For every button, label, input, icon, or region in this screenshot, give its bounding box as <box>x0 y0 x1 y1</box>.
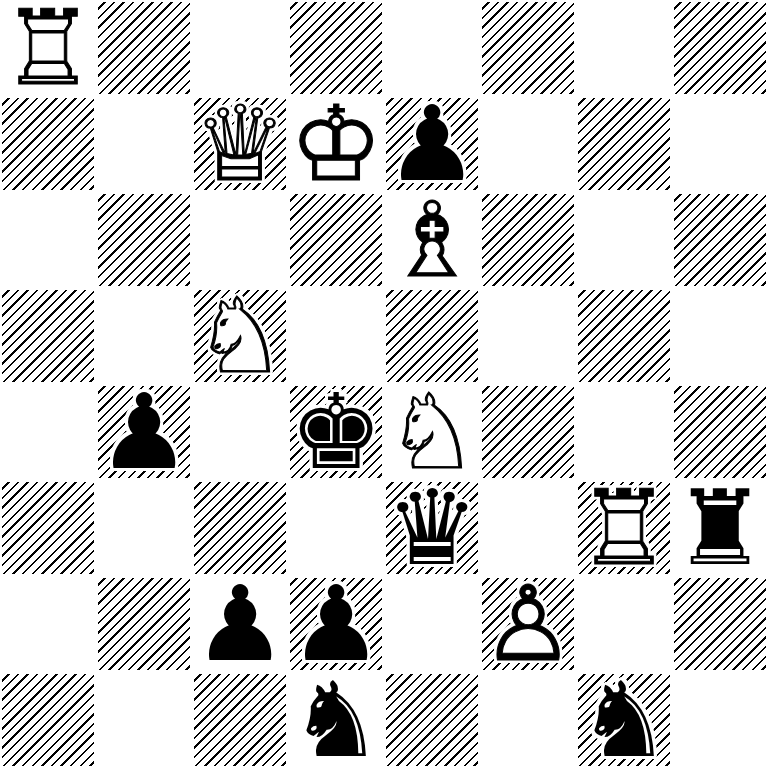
square-c2[interactable]: ♟ <box>192 576 288 672</box>
square-h8[interactable] <box>672 0 768 96</box>
square-b6[interactable] <box>96 192 192 288</box>
piece-white-knight-e4[interactable]: ♞♘ <box>384 384 480 480</box>
square-f2[interactable]: ♟♙ <box>480 576 576 672</box>
piece-white-rook-a8[interactable]: ♜♖ <box>0 0 96 96</box>
square-e6[interactable]: ♝♗ <box>384 192 480 288</box>
black-queen-icon: ♛ <box>384 480 480 576</box>
piece-black-rook-h3[interactable]: ♜ <box>672 480 768 576</box>
square-g6[interactable] <box>576 192 672 288</box>
square-g3[interactable]: ♜♖ <box>576 480 672 576</box>
square-d3[interactable] <box>288 480 384 576</box>
square-h2[interactable] <box>672 576 768 672</box>
white-king-icon: ♔ <box>288 96 384 192</box>
square-a5[interactable] <box>0 288 96 384</box>
square-d4[interactable]: ♚ <box>288 384 384 480</box>
square-h4[interactable] <box>672 384 768 480</box>
white-knight-icon: ♘ <box>384 384 480 480</box>
piece-black-pawn-c2[interactable]: ♟ <box>192 576 288 672</box>
piece-black-knight-d1[interactable]: ♞ <box>288 672 384 768</box>
square-g8[interactable] <box>576 0 672 96</box>
square-f6[interactable] <box>480 192 576 288</box>
square-g2[interactable] <box>576 576 672 672</box>
white-bishop-icon: ♗ <box>384 192 480 288</box>
square-h6[interactable] <box>672 192 768 288</box>
piece-black-knight-g1[interactable]: ♞ <box>576 672 672 768</box>
white-queen-icon: ♕ <box>192 96 288 192</box>
square-a6[interactable] <box>0 192 96 288</box>
square-h3[interactable]: ♜ <box>672 480 768 576</box>
square-b2[interactable] <box>96 576 192 672</box>
square-d8[interactable] <box>288 0 384 96</box>
square-a2[interactable] <box>0 576 96 672</box>
square-e5[interactable] <box>384 288 480 384</box>
piece-white-pawn-f2[interactable]: ♟♙ <box>480 576 576 672</box>
piece-black-pawn-e7[interactable]: ♟ <box>384 96 480 192</box>
square-d6[interactable] <box>288 192 384 288</box>
square-e2[interactable] <box>384 576 480 672</box>
square-g4[interactable] <box>576 384 672 480</box>
square-b4[interactable]: ♟ <box>96 384 192 480</box>
white-rook-icon: ♖ <box>576 480 672 576</box>
square-e7[interactable]: ♟ <box>384 96 480 192</box>
white-rook-icon: ♖ <box>0 0 96 96</box>
black-pawn-icon: ♟ <box>384 96 480 192</box>
square-b8[interactable] <box>96 0 192 96</box>
black-pawn-icon: ♟ <box>192 576 288 672</box>
piece-white-queen-c7[interactable]: ♛♕ <box>192 96 288 192</box>
square-c1[interactable] <box>192 672 288 768</box>
square-e8[interactable] <box>384 0 480 96</box>
square-b7[interactable] <box>96 96 192 192</box>
piece-white-king-d7[interactable]: ♚♔ <box>288 96 384 192</box>
square-c3[interactable] <box>192 480 288 576</box>
chess-board: ♜♖♛♕♚♔♟♝♗♞♘♟♚♞♘♛♜♖♜♟♟♟♙♞♞ <box>0 0 768 768</box>
black-king-icon: ♚ <box>288 384 384 480</box>
square-b3[interactable] <box>96 480 192 576</box>
white-pawn-icon: ♙ <box>480 576 576 672</box>
square-a1[interactable] <box>0 672 96 768</box>
piece-black-queen-e3[interactable]: ♛ <box>384 480 480 576</box>
piece-white-bishop-e6[interactable]: ♝♗ <box>384 192 480 288</box>
square-f4[interactable] <box>480 384 576 480</box>
square-h5[interactable] <box>672 288 768 384</box>
square-a4[interactable] <box>0 384 96 480</box>
square-d2[interactable]: ♟ <box>288 576 384 672</box>
black-pawn-icon: ♟ <box>288 576 384 672</box>
black-knight-icon: ♞ <box>288 672 384 768</box>
square-b1[interactable] <box>96 672 192 768</box>
square-c8[interactable] <box>192 0 288 96</box>
square-c4[interactable] <box>192 384 288 480</box>
piece-black-pawn-b4[interactable]: ♟ <box>96 384 192 480</box>
black-rook-icon: ♜ <box>672 480 768 576</box>
square-a7[interactable] <box>0 96 96 192</box>
white-knight-icon: ♘ <box>192 288 288 384</box>
square-f7[interactable] <box>480 96 576 192</box>
square-h1[interactable] <box>672 672 768 768</box>
black-knight-icon: ♞ <box>576 672 672 768</box>
square-f8[interactable] <box>480 0 576 96</box>
piece-black-king-d4[interactable]: ♚ <box>288 384 384 480</box>
square-f5[interactable] <box>480 288 576 384</box>
square-a8[interactable]: ♜♖ <box>0 0 96 96</box>
black-pawn-icon: ♟ <box>96 384 192 480</box>
square-g7[interactable] <box>576 96 672 192</box>
square-f3[interactable] <box>480 480 576 576</box>
square-d1[interactable]: ♞ <box>288 672 384 768</box>
square-e1[interactable] <box>384 672 480 768</box>
square-f1[interactable] <box>480 672 576 768</box>
square-b5[interactable] <box>96 288 192 384</box>
piece-white-rook-g3[interactable]: ♜♖ <box>576 480 672 576</box>
square-e3[interactable]: ♛ <box>384 480 480 576</box>
square-g5[interactable] <box>576 288 672 384</box>
square-h7[interactable] <box>672 96 768 192</box>
square-d7[interactable]: ♚♔ <box>288 96 384 192</box>
square-c5[interactable]: ♞♘ <box>192 288 288 384</box>
square-a3[interactable] <box>0 480 96 576</box>
square-c7[interactable]: ♛♕ <box>192 96 288 192</box>
square-g1[interactable]: ♞ <box>576 672 672 768</box>
square-e4[interactable]: ♞♘ <box>384 384 480 480</box>
square-c6[interactable] <box>192 192 288 288</box>
square-d5[interactable] <box>288 288 384 384</box>
piece-white-knight-c5[interactable]: ♞♘ <box>192 288 288 384</box>
piece-black-pawn-d2[interactable]: ♟ <box>288 576 384 672</box>
